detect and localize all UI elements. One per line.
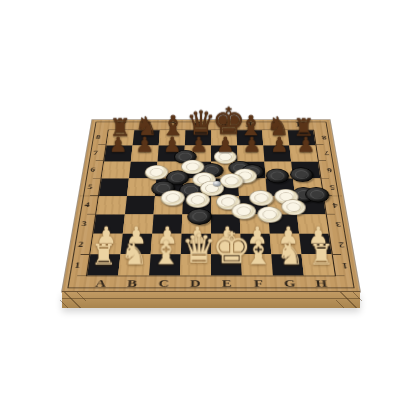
checker-disc-white[interactable] <box>257 206 283 222</box>
file-label-top-c: C <box>159 120 185 130</box>
checker-disc-black[interactable] <box>265 169 290 184</box>
piece-black-pawn-f7[interactable]: ♟ <box>239 135 266 156</box>
rank-label-right-6: 6 <box>319 161 340 178</box>
checker-disc-white[interactable] <box>281 199 307 215</box>
file-label-bottom-h: H <box>305 276 339 291</box>
checker-disc-white[interactable] <box>231 203 256 219</box>
rank-label-right-7: 7 <box>316 145 337 161</box>
file-label-bottom-e: E <box>211 276 243 291</box>
piece-black-pawn-e7[interactable]: ♟ <box>212 135 239 156</box>
piece-white-queen-d1[interactable]: ♛ <box>181 230 212 270</box>
corner-joint-right <box>336 292 362 308</box>
square-b4[interactable] <box>125 196 155 214</box>
rank-label-right-8: 8 <box>314 130 334 145</box>
file-label-bottom-g: G <box>273 276 306 291</box>
piece-white-rook-h1[interactable]: ♜ <box>305 241 336 270</box>
piece-white-knight-b1[interactable]: ♞ <box>119 238 150 269</box>
file-label-top-h: H <box>287 120 314 130</box>
file-label-top-b: B <box>134 120 161 130</box>
rank-label-left-5: 5 <box>79 178 101 196</box>
rank-label-left-8: 8 <box>88 130 108 145</box>
piece-black-pawn-b7[interactable]: ♟ <box>132 135 159 156</box>
piece-black-pawn-g7[interactable]: ♟ <box>266 135 293 156</box>
file-label-top-g: G <box>262 120 289 130</box>
piece-black-pawn-c7[interactable]: ♟ <box>158 135 185 156</box>
piece-black-pawn-d7[interactable]: ♟ <box>185 135 212 156</box>
piece-white-bishop-f1[interactable]: ♝ <box>243 236 274 269</box>
rank-label-left-6: 6 <box>82 161 103 178</box>
checker-disc-white[interactable] <box>181 160 205 174</box>
box-side-edge <box>62 291 360 308</box>
file-label-top-a: A <box>108 120 135 130</box>
file-label-top-e: E <box>211 120 237 130</box>
square-a4[interactable] <box>96 196 127 214</box>
piece-white-knight-g1[interactable]: ♞ <box>274 238 305 269</box>
square-a5[interactable] <box>99 178 129 196</box>
file-label-bottom-f: F <box>242 276 274 291</box>
piece-black-pawn-a7[interactable]: ♟ <box>105 135 132 156</box>
board-grid: ♜♞♝♛♚♝♞♜♟♟♟♟♟♟♟♟♟♟♟♟♟♟♟♟♜♞♝♛♚♝♞♜ <box>86 130 336 277</box>
checker-disc-white[interactable] <box>249 190 274 206</box>
file-label-bottom-b: B <box>116 276 149 291</box>
piece-white-king-e1[interactable]: ♚ <box>212 225 243 269</box>
corner-joint-left <box>60 292 86 308</box>
piece-white-bishop-c1[interactable]: ♝ <box>150 236 181 269</box>
square-a6[interactable] <box>102 162 131 179</box>
checker-disc-black[interactable] <box>289 167 314 182</box>
metal-pin <box>213 181 221 186</box>
file-label-top-d: D <box>185 120 211 130</box>
file-label-bottom-c: C <box>147 276 179 291</box>
chess-board: ♜♞♝♛♚♝♞♜♟♟♟♟♟♟♟♟♟♟♟♟♟♟♟♟♜♞♝♛♚♝♞♜ AABBCCD… <box>62 120 359 292</box>
file-label-top-f: F <box>236 120 262 130</box>
rank-label-left-7: 7 <box>85 145 106 161</box>
checker-disc-white[interactable] <box>216 194 241 210</box>
file-label-bottom-a: A <box>84 276 118 291</box>
piece-white-rook-a1[interactable]: ♜ <box>88 241 119 270</box>
box-side-seam <box>62 298 360 299</box>
file-label-bottom-d: D <box>179 276 211 291</box>
